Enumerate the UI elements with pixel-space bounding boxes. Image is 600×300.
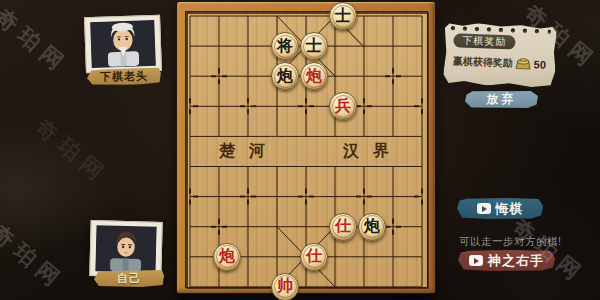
opponent-avatar	[90, 20, 156, 68]
god-hand-hint: 可以走一步对方的棋!	[459, 235, 594, 249]
ad-play-icon	[477, 203, 491, 214]
reward-title-badge: 下棋奖励	[453, 33, 515, 49]
perforation-dots	[451, 26, 551, 33]
self-avatar	[95, 225, 156, 273]
xiangqi-board: 楚 河 汉 界 士将士炮炮兵仕炮仕炮帅	[176, 1, 436, 294]
undo-label: 悔棋	[496, 200, 524, 218]
piece-red-仕[interactable]: 仕	[300, 243, 328, 271]
self-name-banner: 自己	[94, 270, 164, 287]
board-surface: 楚 河 汉 界 士将士炮炮兵仕炮仕炮帅	[185, 11, 428, 288]
piece-black-炮[interactable]: 炮	[358, 213, 386, 241]
watermark: 奇珀网	[0, 2, 75, 81]
god-hand-label: 神之右手	[488, 252, 544, 270]
piece-red-炮[interactable]: 炮	[300, 62, 328, 90]
old-man-portrait-icon	[90, 20, 156, 68]
reward-note: 下棋奖励 赢棋获得奖励 50	[443, 22, 557, 88]
piece-black-士[interactable]: 士	[300, 32, 328, 60]
piece-red-炮[interactable]: 炮	[213, 243, 241, 271]
give-up-label: 放弃	[487, 91, 517, 108]
reward-line-label: 赢棋获得奖励	[453, 54, 513, 70]
ad-play-icon	[469, 255, 483, 266]
piece-black-炮[interactable]: 炮	[271, 62, 299, 90]
piece-red-兵[interactable]: 兵	[329, 92, 357, 120]
opponent-avatar-frame	[84, 15, 162, 74]
reward-row: 赢棋获得奖励 50	[453, 54, 547, 71]
watermark: 奇珀网	[29, 112, 115, 191]
watermark: 奇珀网	[0, 218, 71, 297]
piece-black-将[interactable]: 将	[271, 32, 299, 60]
pieces-layer: 士将士炮炮兵仕炮仕炮帅	[184, 1, 445, 300]
gold-ingot-icon	[516, 58, 531, 71]
self-avatar-frame	[89, 220, 162, 278]
piece-red-仕[interactable]: 仕	[329, 213, 357, 241]
undo-button[interactable]: 悔棋	[457, 198, 543, 219]
opponent-name-banner: 下棋老头	[87, 67, 161, 85]
piece-red-帅[interactable]: 帅	[271, 273, 299, 300]
young-man-portrait-icon	[95, 225, 156, 273]
god-hand-button[interactable]: 神之右手	[458, 250, 555, 271]
piece-black-士[interactable]: 士	[329, 2, 357, 30]
reward-amount: 50	[533, 58, 546, 70]
give-up-button[interactable]: 放弃	[465, 91, 538, 108]
